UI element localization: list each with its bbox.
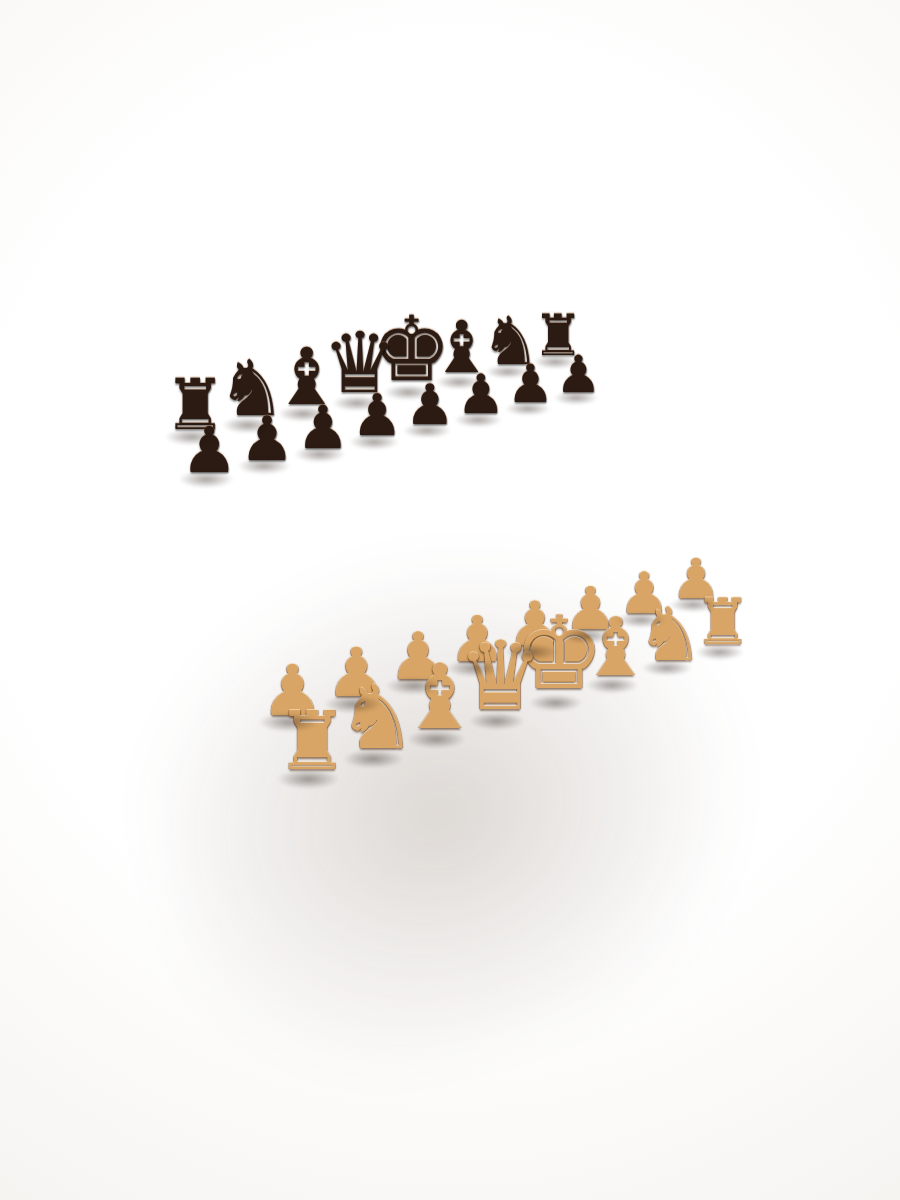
piece-contact-shadow [641, 660, 692, 676]
piece-contact-shadow [222, 417, 275, 434]
piece-contact-shadow [237, 458, 291, 475]
piece-contact-shadow [178, 470, 234, 488]
piece-contact-shadow [294, 446, 346, 463]
piece-contact-shadow [505, 643, 559, 660]
piece-contact-shadow [407, 730, 466, 749]
piece-contact-shadow [695, 644, 744, 660]
pieces-layer: ♜♞♝♚♟♛♟♝♟♞♟♜♟♟♟♟♟♟♟♟♜♞♟♝♟♚♟♛♟♝♞♜ [0, 0, 900, 1200]
piece-contact-shadow [323, 694, 383, 713]
piece-contact-shadow [616, 612, 666, 628]
piece-contact-shadow [533, 355, 577, 369]
piece-contact-shadow [469, 712, 526, 730]
product-photo: 1 2 3 4 5 6 7 8 [0, 0, 900, 1200]
piece-contact-shadow [454, 412, 502, 427]
piece-contact-shadow [528, 694, 583, 711]
piece-contact-shadow [277, 769, 340, 789]
piece-contact-shadow [332, 395, 382, 411]
piece-contact-shadow [349, 434, 400, 450]
piece-contact-shadow [586, 677, 639, 694]
piece-contact-shadow [504, 401, 550, 416]
piece-contact-shadow [343, 749, 404, 768]
piece-contact-shadow [435, 374, 482, 389]
piece-contact-shadow [402, 423, 451, 439]
piece-contact-shadow [446, 660, 502, 678]
piece-contact-shadow [164, 428, 219, 445]
